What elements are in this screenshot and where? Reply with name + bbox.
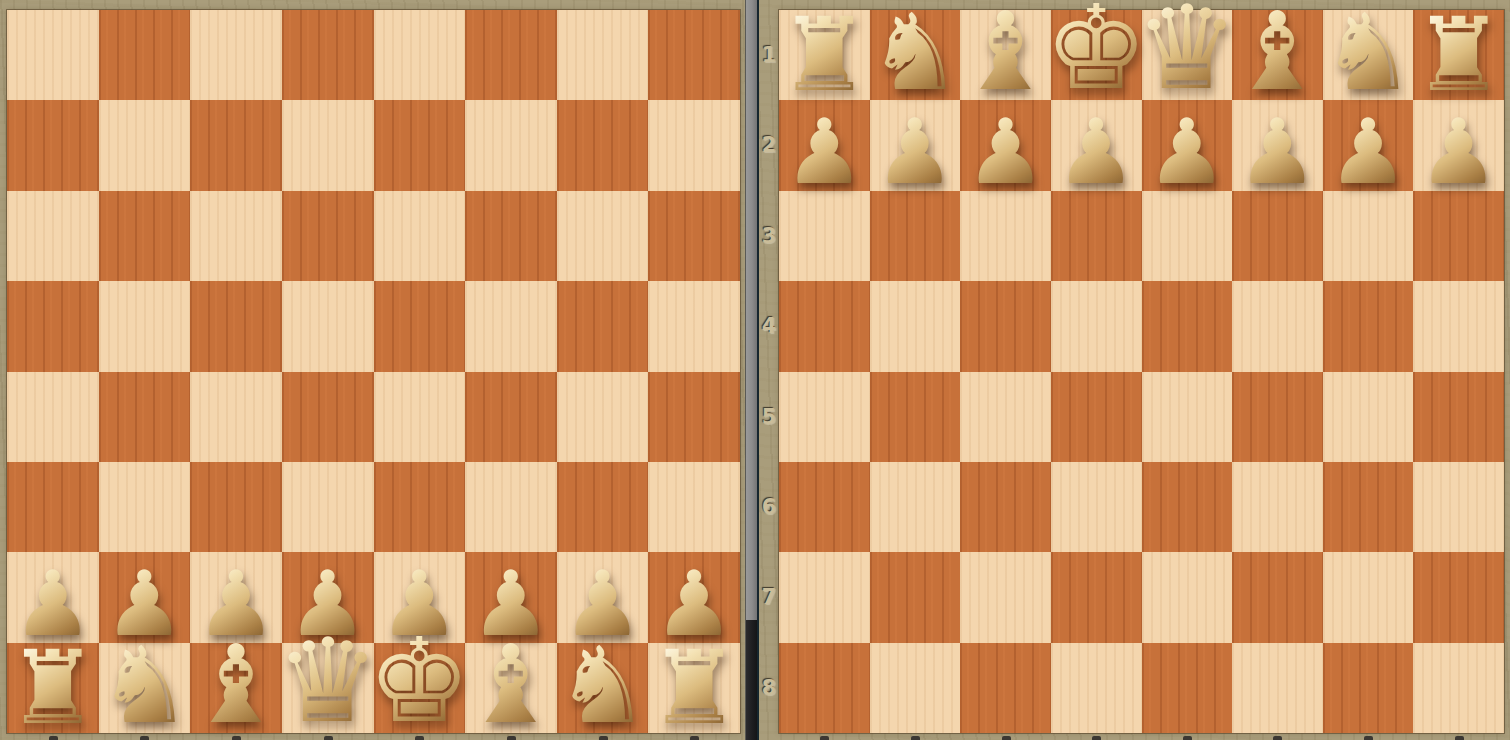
white-pawn[interactable]: ♟ [1146, 107, 1227, 197]
black-pawn[interactable]: ♟ [196, 107, 277, 197]
square-a5[interactable] [1413, 372, 1504, 462]
square-h8[interactable]: ♜ [779, 643, 870, 733]
square-c8[interactable]: ♝ [190, 10, 282, 100]
white-knight[interactable]: ♞ [97, 633, 192, 739]
black-knight[interactable]: ♞ [555, 0, 650, 106]
square-f4[interactable] [465, 372, 557, 462]
square-e5[interactable] [1051, 372, 1142, 462]
rank-label-2: 2 [759, 100, 779, 190]
square-d8[interactable]: ♛ [1142, 643, 1233, 733]
black-pawn[interactable]: ♟ [12, 107, 93, 197]
square-h3[interactable] [779, 191, 870, 281]
rank-label-3: 3 [759, 191, 779, 281]
square-f6[interactable] [960, 462, 1051, 552]
square-d2[interactable]: ♟ [1142, 100, 1233, 190]
white-queen[interactable]: ♛ [1135, 0, 1239, 106]
black-knight[interactable]: ♞ [867, 633, 962, 739]
right-board-panel: 12345678 ♜♞♝♚♛♝♞♜♟♟♟♟♟♟♟♟♟♟♟♟♟♟♟♟♜♞♝♚♛♝♞… [759, 0, 1510, 740]
square-g5[interactable] [557, 281, 649, 371]
white-bishop[interactable]: ♝ [957, 0, 1054, 106]
square-g3[interactable] [870, 191, 961, 281]
white-rook[interactable]: ♜ [7, 637, 98, 739]
square-g1[interactable]: ♞ [557, 643, 649, 733]
square-b5[interactable] [99, 281, 191, 371]
square-a7[interactable]: ♟ [7, 100, 99, 190]
square-c1[interactable]: ♝ [1232, 10, 1323, 100]
black-rook[interactable]: ♜ [7, 4, 98, 106]
square-e3[interactable] [1051, 191, 1142, 281]
white-pawn[interactable]: ♟ [1328, 107, 1409, 197]
square-h4[interactable] [648, 372, 740, 462]
square-e8[interactable]: ♚ [374, 10, 466, 100]
square-e5[interactable] [374, 281, 466, 371]
square-b2[interactable]: ♟ [1323, 100, 1414, 190]
square-e6[interactable] [374, 191, 466, 281]
white-rook[interactable]: ♜ [1413, 4, 1504, 106]
square-a4[interactable] [7, 372, 99, 462]
black-king[interactable]: ♚ [1044, 623, 1148, 739]
square-c5[interactable] [190, 281, 282, 371]
square-d7[interactable]: ♟ [282, 100, 374, 190]
square-d6[interactable] [282, 191, 374, 281]
square-f1[interactable]: ♝ [465, 643, 557, 733]
square-c4[interactable] [1232, 281, 1323, 371]
square-d3[interactable] [1142, 191, 1233, 281]
left-board-panel: ♜♞♝♛♚♝♞♜♟♟♟♟♟♟♟♟♟♟♟♟♟♟♟♟♜♞♝♛♚♝♞♜ [0, 0, 745, 740]
square-b1[interactable]: ♞ [99, 643, 191, 733]
square-a6[interactable] [7, 191, 99, 281]
black-pawn[interactable]: ♟ [654, 107, 735, 197]
black-king[interactable]: ♚ [367, 0, 471, 106]
left-board: ♜♞♝♛♚♝♞♜♟♟♟♟♟♟♟♟♟♟♟♟♟♟♟♟♜♞♝♛♚♝♞♜ [7, 10, 740, 733]
white-queen[interactable]: ♛ [276, 623, 380, 739]
square-g8[interactable]: ♞ [557, 10, 649, 100]
square-c5[interactable] [1232, 372, 1323, 462]
rank-label-1: 1 [759, 10, 779, 100]
right-board: ♜♞♝♚♛♝♞♜♟♟♟♟♟♟♟♟♟♟♟♟♟♟♟♟♜♞♝♚♛♝♞♜ [779, 10, 1504, 733]
square-g5[interactable] [870, 372, 961, 462]
black-rook[interactable]: ♜ [1413, 637, 1504, 739]
square-a8[interactable]: ♜ [1413, 643, 1504, 733]
square-b3[interactable] [1323, 191, 1414, 281]
rank-label-8: 8 [759, 643, 779, 733]
square-d4[interactable] [1142, 281, 1233, 371]
black-knight[interactable]: ♞ [97, 0, 192, 106]
square-e6[interactable] [1051, 462, 1142, 552]
square-a4[interactable] [1413, 281, 1504, 371]
black-rook[interactable]: ♜ [648, 4, 739, 106]
white-pawn[interactable]: ♟ [1237, 107, 1318, 197]
square-e7[interactable]: ♟ [374, 100, 466, 190]
square-h7[interactable]: ♟ [648, 100, 740, 190]
black-bishop[interactable]: ♝ [1229, 631, 1326, 739]
black-pawn[interactable]: ♟ [379, 107, 460, 197]
square-a3[interactable] [7, 462, 99, 552]
square-e3[interactable] [374, 462, 466, 552]
square-b3[interactable] [99, 462, 191, 552]
square-c8[interactable]: ♝ [1232, 643, 1323, 733]
square-e1[interactable]: ♚ [1051, 10, 1142, 100]
square-e8[interactable]: ♚ [1051, 643, 1142, 733]
square-f3[interactable] [960, 191, 1051, 281]
white-king[interactable]: ♚ [1044, 0, 1148, 106]
square-d3[interactable] [282, 462, 374, 552]
square-c6[interactable] [1232, 462, 1323, 552]
black-queen[interactable]: ♛ [276, 0, 380, 106]
square-b6[interactable] [99, 191, 191, 281]
square-d1[interactable]: ♛ [282, 643, 374, 733]
square-g3[interactable] [557, 462, 649, 552]
white-king[interactable]: ♚ [367, 623, 471, 739]
square-f4[interactable] [960, 281, 1051, 371]
square-c3[interactable] [190, 462, 282, 552]
white-pawn[interactable]: ♟ [965, 107, 1046, 197]
black-pawn[interactable]: ♟ [287, 107, 368, 197]
square-b7[interactable]: ♟ [99, 100, 191, 190]
white-knight[interactable]: ♞ [1321, 0, 1416, 106]
square-b8[interactable]: ♞ [99, 10, 191, 100]
square-d5[interactable] [282, 281, 374, 371]
square-b8[interactable]: ♞ [1323, 643, 1414, 733]
square-f1[interactable]: ♝ [960, 10, 1051, 100]
square-d4[interactable] [282, 372, 374, 462]
square-d1[interactable]: ♛ [1142, 10, 1233, 100]
square-h3[interactable] [648, 462, 740, 552]
square-b5[interactable] [1323, 372, 1414, 462]
square-f5[interactable] [960, 372, 1051, 462]
scrollbar-thumb[interactable] [746, 620, 757, 740]
black-bishop[interactable]: ♝ [188, 0, 285, 106]
scrollbar[interactable] [745, 0, 759, 740]
square-f7[interactable]: ♟ [465, 100, 557, 190]
square-a1[interactable]: ♜ [1413, 10, 1504, 100]
square-a1[interactable]: ♜ [7, 643, 99, 733]
square-c4[interactable] [190, 372, 282, 462]
square-g4[interactable] [557, 372, 649, 462]
square-f6[interactable] [465, 191, 557, 281]
square-a8[interactable]: ♜ [7, 10, 99, 100]
square-c2[interactable]: ♟ [1232, 100, 1323, 190]
white-bishop[interactable]: ♝ [1229, 0, 1326, 106]
white-bishop[interactable]: ♝ [463, 631, 560, 739]
black-knight[interactable]: ♞ [1321, 633, 1416, 739]
white-knight[interactable]: ♞ [867, 0, 962, 106]
square-e4[interactable] [1051, 281, 1142, 371]
white-rook[interactable]: ♜ [648, 637, 739, 739]
square-h5[interactable] [779, 372, 870, 462]
black-bishop[interactable]: ♝ [463, 0, 560, 106]
rank-label-4: 4 [759, 281, 779, 371]
black-pawn[interactable]: ♟ [104, 107, 185, 197]
square-a5[interactable] [7, 281, 99, 371]
chess-app-window: ♜♞♝♛♚♝♞♜♟♟♟♟♟♟♟♟♟♟♟♟♟♟♟♟♜♞♝♛♚♝♞♜ 1234567… [0, 0, 1510, 740]
square-c7[interactable]: ♟ [190, 100, 282, 190]
square-h2[interactable]: ♟ [779, 100, 870, 190]
square-b1[interactable]: ♞ [1323, 10, 1414, 100]
square-f3[interactable] [465, 462, 557, 552]
square-h1[interactable]: ♜ [779, 10, 870, 100]
white-knight[interactable]: ♞ [555, 633, 650, 739]
black-pawn[interactable]: ♟ [471, 107, 552, 197]
square-f8[interactable]: ♝ [960, 643, 1051, 733]
square-a3[interactable] [1413, 191, 1504, 281]
rank-label-6: 6 [759, 462, 779, 552]
square-h5[interactable] [648, 281, 740, 371]
square-b6[interactable] [1323, 462, 1414, 552]
white-pawn[interactable]: ♟ [784, 107, 865, 197]
white-pawn[interactable]: ♟ [875, 107, 956, 197]
black-rook[interactable]: ♜ [779, 637, 870, 739]
white-pawn[interactable]: ♟ [1056, 107, 1137, 197]
square-g2[interactable]: ♟ [870, 100, 961, 190]
black-pawn[interactable]: ♟ [562, 107, 643, 197]
square-b4[interactable] [1323, 281, 1414, 371]
square-h4[interactable] [779, 281, 870, 371]
square-f2[interactable]: ♟ [960, 100, 1051, 190]
square-d8[interactable]: ♛ [282, 10, 374, 100]
white-bishop[interactable]: ♝ [188, 631, 285, 739]
square-c1[interactable]: ♝ [190, 643, 282, 733]
white-rook[interactable]: ♜ [779, 4, 870, 106]
square-h6[interactable] [779, 462, 870, 552]
white-pawn[interactable]: ♟ [1418, 107, 1499, 197]
square-d5[interactable] [1142, 372, 1233, 462]
square-g7[interactable]: ♟ [557, 100, 649, 190]
square-g1[interactable]: ♞ [870, 10, 961, 100]
square-g6[interactable] [557, 191, 649, 281]
square-f8[interactable]: ♝ [465, 10, 557, 100]
square-c6[interactable] [190, 191, 282, 281]
black-bishop[interactable]: ♝ [957, 631, 1054, 739]
square-e1[interactable]: ♚ [374, 643, 466, 733]
square-e4[interactable] [374, 372, 466, 462]
rank-labels: 12345678 [759, 10, 779, 733]
square-h1[interactable]: ♜ [648, 643, 740, 733]
square-h8[interactable]: ♜ [648, 10, 740, 100]
black-queen[interactable]: ♛ [1135, 623, 1239, 739]
square-g4[interactable] [870, 281, 961, 371]
square-a2[interactable]: ♟ [1413, 100, 1504, 190]
square-a6[interactable] [1413, 462, 1504, 552]
rank-label-5: 5 [759, 372, 779, 462]
square-h6[interactable] [648, 191, 740, 281]
square-d6[interactable] [1142, 462, 1233, 552]
rank-label-7: 7 [759, 552, 779, 642]
square-c3[interactable] [1232, 191, 1323, 281]
square-e2[interactable]: ♟ [1051, 100, 1142, 190]
square-b4[interactable] [99, 372, 191, 462]
square-f5[interactable] [465, 281, 557, 371]
square-g8[interactable]: ♞ [870, 643, 961, 733]
square-g6[interactable] [870, 462, 961, 552]
